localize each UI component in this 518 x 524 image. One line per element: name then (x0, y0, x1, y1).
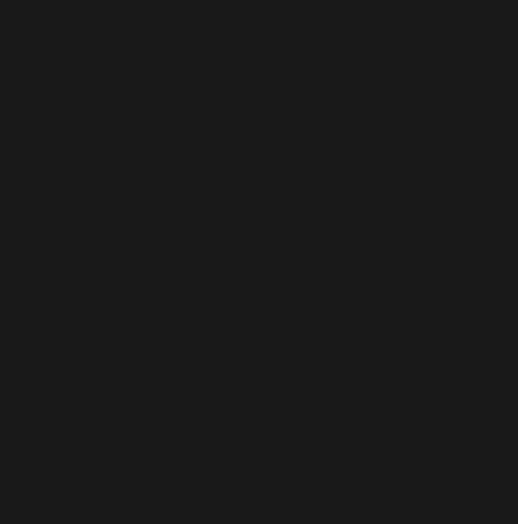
chess-board (10, 5, 510, 517)
chess-board-frame (0, 0, 518, 524)
